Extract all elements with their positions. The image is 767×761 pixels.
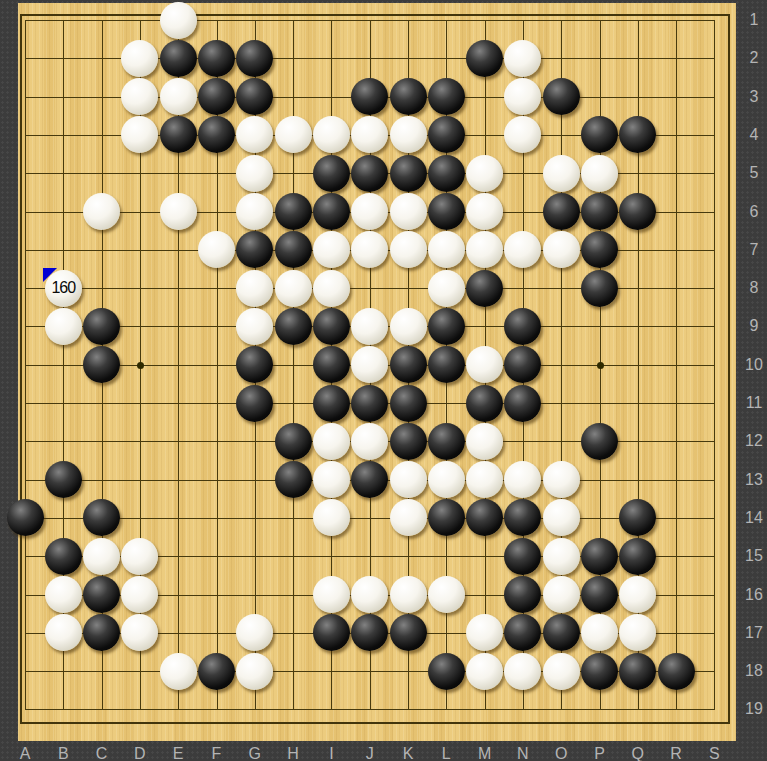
stone-black-Q18[interactable] <box>619 653 656 690</box>
column-label-O: O <box>546 745 576 761</box>
go-board[interactable]: 160 <box>18 3 736 741</box>
stone-white-M5[interactable] <box>466 155 503 192</box>
stone-black-K5[interactable] <box>390 155 427 192</box>
stone-black-L6[interactable] <box>428 193 465 230</box>
stone-white-E6[interactable] <box>160 193 197 230</box>
stone-black-G2[interactable] <box>236 40 273 77</box>
stone-black-E2[interactable] <box>160 40 197 77</box>
stone-white-I7[interactable] <box>313 231 350 268</box>
star-point-D10 <box>137 362 144 369</box>
row-label-11: 11 <box>739 394 767 412</box>
column-label-K: K <box>393 745 423 761</box>
stone-white-K9[interactable] <box>390 308 427 345</box>
column-label-S: S <box>699 745 729 761</box>
stone-white-B16[interactable] <box>45 576 82 613</box>
stone-white-C6[interactable] <box>83 193 120 230</box>
stone-white-G5[interactable] <box>236 155 273 192</box>
row-label-1: 1 <box>739 11 767 29</box>
stone-black-P18[interactable] <box>581 653 618 690</box>
stone-black-I9[interactable] <box>313 308 350 345</box>
column-label-E: E <box>163 745 193 761</box>
stone-white-M18[interactable] <box>466 653 503 690</box>
stone-black-L14[interactable] <box>428 499 465 536</box>
stone-black-F3[interactable] <box>198 78 235 115</box>
stone-white-E1[interactable] <box>160 2 197 39</box>
column-label-P: P <box>585 745 615 761</box>
stone-white-O16[interactable] <box>543 576 580 613</box>
stone-white-E18[interactable] <box>160 653 197 690</box>
stone-white-K4[interactable] <box>390 116 427 153</box>
stone-white-B8[interactable]: 160 <box>45 270 82 307</box>
stone-black-P6[interactable] <box>581 193 618 230</box>
stone-white-N18[interactable] <box>504 653 541 690</box>
stone-black-K11[interactable] <box>390 385 427 422</box>
stone-black-N11[interactable] <box>504 385 541 422</box>
stone-black-L9[interactable] <box>428 308 465 345</box>
column-label-D: D <box>125 745 155 761</box>
stone-white-P5[interactable] <box>581 155 618 192</box>
stone-black-J13[interactable] <box>351 461 388 498</box>
stone-black-I5[interactable] <box>313 155 350 192</box>
stone-white-J16[interactable] <box>351 576 388 613</box>
stone-black-H9[interactable] <box>275 308 312 345</box>
stone-white-O7[interactable] <box>543 231 580 268</box>
stone-white-E3[interactable] <box>160 78 197 115</box>
stone-white-G18[interactable] <box>236 653 273 690</box>
stone-black-I17[interactable] <box>313 614 350 651</box>
stone-white-J6[interactable] <box>351 193 388 230</box>
stone-white-N2[interactable] <box>504 40 541 77</box>
column-label-R: R <box>661 745 691 761</box>
stone-black-N9[interactable] <box>504 308 541 345</box>
stone-white-I8[interactable] <box>313 270 350 307</box>
stone-white-K16[interactable] <box>390 576 427 613</box>
row-label-17: 17 <box>739 624 767 642</box>
stone-black-L3[interactable] <box>428 78 465 115</box>
last-move-number: 160 <box>45 270 82 307</box>
stone-black-K10[interactable] <box>390 346 427 383</box>
stone-white-L13[interactable] <box>428 461 465 498</box>
row-label-13: 13 <box>739 471 767 489</box>
stone-black-C10[interactable] <box>83 346 120 383</box>
column-label-N: N <box>508 745 538 761</box>
stone-white-J12[interactable] <box>351 423 388 460</box>
row-label-10: 10 <box>739 356 767 374</box>
star-point-P10 <box>597 362 604 369</box>
row-label-7: 7 <box>739 241 767 259</box>
stone-black-C16[interactable] <box>83 576 120 613</box>
stone-white-B9[interactable] <box>45 308 82 345</box>
stone-black-B13[interactable] <box>45 461 82 498</box>
stone-black-K17[interactable] <box>390 614 427 651</box>
stone-white-K6[interactable] <box>390 193 427 230</box>
stone-white-O14[interactable] <box>543 499 580 536</box>
stone-white-K13[interactable] <box>390 461 427 498</box>
stone-black-L10[interactable] <box>428 346 465 383</box>
row-label-2: 2 <box>739 49 767 67</box>
column-label-A: A <box>10 745 40 761</box>
row-label-9: 9 <box>739 317 767 335</box>
stone-white-D15[interactable] <box>121 538 158 575</box>
row-label-4: 4 <box>739 126 767 144</box>
stone-black-I6[interactable] <box>313 193 350 230</box>
column-label-H: H <box>278 745 308 761</box>
stone-black-H13[interactable] <box>275 461 312 498</box>
stone-white-M12[interactable] <box>466 423 503 460</box>
stone-white-J9[interactable] <box>351 308 388 345</box>
stone-white-G8[interactable] <box>236 270 273 307</box>
row-label-5: 5 <box>739 164 767 182</box>
stone-white-L8[interactable] <box>428 270 465 307</box>
stone-white-B17[interactable] <box>45 614 82 651</box>
stone-black-P16[interactable] <box>581 576 618 613</box>
grid-line-vertical-S <box>714 20 715 710</box>
stone-black-I11[interactable] <box>313 385 350 422</box>
row-label-16: 16 <box>739 586 767 604</box>
stone-white-K7[interactable] <box>390 231 427 268</box>
column-label-J: J <box>355 745 385 761</box>
column-label-F: F <box>202 745 232 761</box>
stone-white-L16[interactable] <box>428 576 465 613</box>
stone-black-R18[interactable] <box>658 653 695 690</box>
row-label-12: 12 <box>739 432 767 450</box>
stone-black-L18[interactable] <box>428 653 465 690</box>
column-label-L: L <box>431 745 461 761</box>
stone-black-B15[interactable] <box>45 538 82 575</box>
stone-black-A14[interactable] <box>7 499 44 536</box>
stone-black-Q15[interactable] <box>619 538 656 575</box>
stone-white-C15[interactable] <box>83 538 120 575</box>
stone-white-K14[interactable] <box>390 499 427 536</box>
stone-white-O15[interactable] <box>543 538 580 575</box>
stone-black-P12[interactable] <box>581 423 618 460</box>
go-app-window: 160 ABCDEFGHIJKLMNOPQRS 1234567891011121… <box>0 0 767 761</box>
stone-black-M8[interactable] <box>466 270 503 307</box>
stone-white-O5[interactable] <box>543 155 580 192</box>
stone-black-P8[interactable] <box>581 270 618 307</box>
stone-white-I13[interactable] <box>313 461 350 498</box>
stone-white-M13[interactable] <box>466 461 503 498</box>
stone-white-I14[interactable] <box>313 499 350 536</box>
row-label-14: 14 <box>739 509 767 527</box>
stone-white-H4[interactable] <box>275 116 312 153</box>
column-label-I: I <box>316 745 346 761</box>
stone-white-O13[interactable] <box>543 461 580 498</box>
stone-white-M10[interactable] <box>466 346 503 383</box>
stone-white-G9[interactable] <box>236 308 273 345</box>
column-label-B: B <box>48 745 78 761</box>
stone-black-I10[interactable] <box>313 346 350 383</box>
stone-white-I16[interactable] <box>313 576 350 613</box>
row-label-8: 8 <box>739 279 767 297</box>
row-label-3: 3 <box>739 88 767 106</box>
stone-black-H6[interactable] <box>275 193 312 230</box>
stone-black-J3[interactable] <box>351 78 388 115</box>
stone-black-L4[interactable] <box>428 116 465 153</box>
stone-white-H8[interactable] <box>275 270 312 307</box>
row-label-18: 18 <box>739 662 767 680</box>
stone-black-J11[interactable] <box>351 385 388 422</box>
grid-line-vertical-R <box>676 20 677 710</box>
stone-black-O17[interactable] <box>543 614 580 651</box>
stone-black-C9[interactable] <box>83 308 120 345</box>
row-label-15: 15 <box>739 547 767 565</box>
stone-black-F18[interactable] <box>198 653 235 690</box>
stone-black-M11[interactable] <box>466 385 503 422</box>
row-label-19: 19 <box>739 700 767 718</box>
grid-line-horizontal-14 <box>25 518 715 519</box>
stone-white-M6[interactable] <box>466 193 503 230</box>
stone-black-O3[interactable] <box>543 78 580 115</box>
stone-black-L5[interactable] <box>428 155 465 192</box>
stone-white-I12[interactable] <box>313 423 350 460</box>
stone-black-H12[interactable] <box>275 423 312 460</box>
stone-black-O6[interactable] <box>543 193 580 230</box>
stone-black-M2[interactable] <box>466 40 503 77</box>
stone-black-K3[interactable] <box>390 78 427 115</box>
stone-white-D2[interactable] <box>121 40 158 77</box>
stone-black-L12[interactable] <box>428 423 465 460</box>
column-label-G: G <box>240 745 270 761</box>
grid-line-horizontal-19 <box>25 709 715 710</box>
stone-black-H7[interactable] <box>275 231 312 268</box>
stone-black-G11[interactable] <box>236 385 273 422</box>
stone-black-J5[interactable] <box>351 155 388 192</box>
stone-black-P15[interactable] <box>581 538 618 575</box>
column-label-M: M <box>470 745 500 761</box>
row-label-6: 6 <box>739 203 767 221</box>
column-label-C: C <box>87 745 117 761</box>
stone-black-E4[interactable] <box>160 116 197 153</box>
column-label-Q: Q <box>623 745 653 761</box>
stone-white-I4[interactable] <box>313 116 350 153</box>
stone-black-K12[interactable] <box>390 423 427 460</box>
stone-white-O18[interactable] <box>543 653 580 690</box>
stone-black-F2[interactable] <box>198 40 235 77</box>
stone-black-N15[interactable] <box>504 538 541 575</box>
stone-white-L7[interactable] <box>428 231 465 268</box>
